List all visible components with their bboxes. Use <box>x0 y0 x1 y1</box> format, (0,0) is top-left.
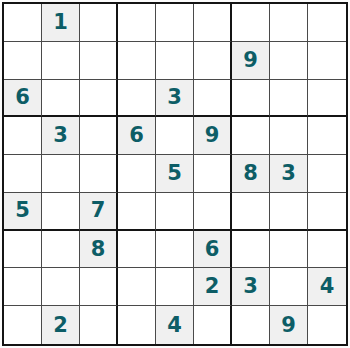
sudoku-cell-r9c3[interactable] <box>80 306 118 344</box>
sudoku-cell-r2c6[interactable] <box>194 42 232 80</box>
sudoku-cell-r5c1[interactable] <box>4 155 42 193</box>
sudoku-cell-r3c1: 6 <box>4 80 42 118</box>
sudoku-cell-r7c7[interactable] <box>232 231 270 269</box>
sudoku-cell-r3c9[interactable] <box>308 80 346 118</box>
sudoku-cell-r1c9[interactable] <box>308 4 346 42</box>
sudoku-cell-r6c7[interactable] <box>232 193 270 231</box>
sudoku-cell-r4c3[interactable] <box>80 117 118 155</box>
sudoku-cell-r6c3: 7 <box>80 193 118 231</box>
sudoku-cell-r6c1: 5 <box>4 193 42 231</box>
sudoku-cell-r1c5[interactable] <box>156 4 194 42</box>
sudoku-cell-r4c6: 9 <box>194 117 232 155</box>
sudoku-cell-r5c7: 8 <box>232 155 270 193</box>
sudoku-cell-r1c2: 1 <box>42 4 80 42</box>
sudoku-cell-r1c7[interactable] <box>232 4 270 42</box>
sudoku-cell-r2c4[interactable] <box>118 42 156 80</box>
sudoku-cell-r5c2[interactable] <box>42 155 80 193</box>
sudoku-cell-r3c6[interactable] <box>194 80 232 118</box>
sudoku-cell-r8c7: 3 <box>232 268 270 306</box>
sudoku-cell-r8c8[interactable] <box>270 268 308 306</box>
sudoku-cell-r4c8[interactable] <box>270 117 308 155</box>
sudoku-cell-r2c8[interactable] <box>270 42 308 80</box>
sudoku-cell-r7c9[interactable] <box>308 231 346 269</box>
sudoku-cell-r8c9: 4 <box>308 268 346 306</box>
sudoku-cell-r6c2[interactable] <box>42 193 80 231</box>
sudoku-cell-r1c3[interactable] <box>80 4 118 42</box>
sudoku-cell-r4c2: 3 <box>42 117 80 155</box>
sudoku-board: 19633695835786234249 <box>2 2 348 346</box>
sudoku-cell-r4c7[interactable] <box>232 117 270 155</box>
sudoku-cell-r2c9[interactable] <box>308 42 346 80</box>
sudoku-cell-r3c5: 3 <box>156 80 194 118</box>
sudoku-cell-r2c7: 9 <box>232 42 270 80</box>
sudoku-cell-r8c5[interactable] <box>156 268 194 306</box>
sudoku-cell-r9c4[interactable] <box>118 306 156 344</box>
sudoku-cell-r4c9[interactable] <box>308 117 346 155</box>
sudoku-cell-r9c6[interactable] <box>194 306 232 344</box>
sudoku-cell-r4c1[interactable] <box>4 117 42 155</box>
sudoku-cell-r2c1[interactable] <box>4 42 42 80</box>
sudoku-cell-r8c6: 2 <box>194 268 232 306</box>
sudoku-cell-r2c5[interactable] <box>156 42 194 80</box>
sudoku-cell-r9c8: 9 <box>270 306 308 344</box>
sudoku-cell-r2c2[interactable] <box>42 42 80 80</box>
sudoku-cell-r2c3[interactable] <box>80 42 118 80</box>
sudoku-cell-r3c3[interactable] <box>80 80 118 118</box>
sudoku-cell-r9c9[interactable] <box>308 306 346 344</box>
sudoku-cell-r5c9[interactable] <box>308 155 346 193</box>
sudoku-cell-r5c6[interactable] <box>194 155 232 193</box>
sudoku-cell-r9c2: 2 <box>42 306 80 344</box>
sudoku-cell-r7c6: 6 <box>194 231 232 269</box>
sudoku-cell-r8c4[interactable] <box>118 268 156 306</box>
sudoku-cell-r7c2[interactable] <box>42 231 80 269</box>
sudoku-cell-r3c8[interactable] <box>270 80 308 118</box>
sudoku-cell-r5c4[interactable] <box>118 155 156 193</box>
sudoku-cell-r7c3: 8 <box>80 231 118 269</box>
sudoku-cell-r6c6[interactable] <box>194 193 232 231</box>
sudoku-cell-r4c5[interactable] <box>156 117 194 155</box>
sudoku-cell-r1c4[interactable] <box>118 4 156 42</box>
sudoku-cell-r9c7[interactable] <box>232 306 270 344</box>
sudoku-cell-r5c5: 5 <box>156 155 194 193</box>
sudoku-cell-r8c3[interactable] <box>80 268 118 306</box>
sudoku-cell-r7c8[interactable] <box>270 231 308 269</box>
sudoku-cell-r1c6[interactable] <box>194 4 232 42</box>
sudoku-cell-r4c4: 6 <box>118 117 156 155</box>
sudoku-cell-r7c4[interactable] <box>118 231 156 269</box>
sudoku-cell-r5c3[interactable] <box>80 155 118 193</box>
sudoku-cell-r8c1[interactable] <box>4 268 42 306</box>
sudoku-cell-r3c2[interactable] <box>42 80 80 118</box>
sudoku-cell-r1c1[interactable] <box>4 4 42 42</box>
sudoku-cell-r7c5[interactable] <box>156 231 194 269</box>
sudoku-cell-r1c8[interactable] <box>270 4 308 42</box>
sudoku-page: 19633695835786234249 <box>0 0 350 348</box>
sudoku-cell-r6c5[interactable] <box>156 193 194 231</box>
sudoku-cell-r3c4[interactable] <box>118 80 156 118</box>
sudoku-cell-r3c7[interactable] <box>232 80 270 118</box>
sudoku-cell-r6c8[interactable] <box>270 193 308 231</box>
sudoku-cell-r9c5: 4 <box>156 306 194 344</box>
sudoku-cell-r9c1[interactable] <box>4 306 42 344</box>
sudoku-cell-r6c4[interactable] <box>118 193 156 231</box>
sudoku-cell-r7c1[interactable] <box>4 231 42 269</box>
sudoku-cell-r8c2[interactable] <box>42 268 80 306</box>
sudoku-cell-r5c8: 3 <box>270 155 308 193</box>
sudoku-cell-r6c9[interactable] <box>308 193 346 231</box>
